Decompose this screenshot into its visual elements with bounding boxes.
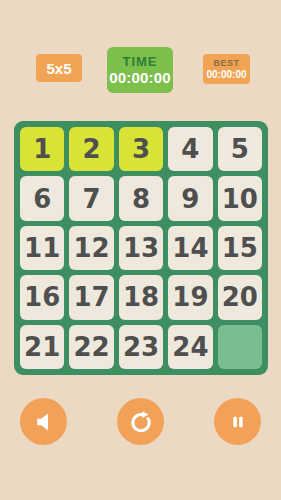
tile-16[interactable]: 16 xyxy=(20,275,64,319)
best-label: BEST xyxy=(213,58,239,69)
time-panel: TIME 00:00:00 xyxy=(107,47,173,93)
best-panel: BEST 00:00:00 xyxy=(203,54,250,84)
puzzle-app: 5x5 TIME 00:00:00 BEST 00:00:00 12345678… xyxy=(0,0,281,500)
tile-23[interactable]: 23 xyxy=(119,325,163,369)
tile-12[interactable]: 12 xyxy=(69,226,113,270)
tile-14[interactable]: 14 xyxy=(168,226,212,270)
tile-3[interactable]: 3 xyxy=(119,127,163,171)
tile-1[interactable]: 1 xyxy=(20,127,64,171)
tile-8[interactable]: 8 xyxy=(119,176,163,220)
tile-17[interactable]: 17 xyxy=(69,275,113,319)
sound-button[interactable] xyxy=(20,398,67,445)
tile-20[interactable]: 20 xyxy=(218,275,262,319)
tile-22[interactable]: 22 xyxy=(69,325,113,369)
tile-21[interactable]: 21 xyxy=(20,325,64,369)
tile-24[interactable]: 24 xyxy=(168,325,212,369)
tile-15[interactable]: 15 xyxy=(218,226,262,270)
speaker-icon xyxy=(32,410,56,434)
empty-cell xyxy=(218,325,262,369)
time-label: TIME xyxy=(122,54,157,69)
pause-icon xyxy=(226,410,250,434)
tile-13[interactable]: 13 xyxy=(119,226,163,270)
grid-size-button[interactable]: 5x5 xyxy=(36,54,82,82)
tile-11[interactable]: 11 xyxy=(20,226,64,270)
refresh-icon xyxy=(127,408,155,436)
tile-10[interactable]: 10 xyxy=(218,176,262,220)
tile-18[interactable]: 18 xyxy=(119,275,163,319)
tile-19[interactable]: 19 xyxy=(168,275,212,319)
tile-5[interactable]: 5 xyxy=(218,127,262,171)
tile-2[interactable]: 2 xyxy=(69,127,113,171)
time-value: 00:00:00 xyxy=(109,69,171,87)
tile-4[interactable]: 4 xyxy=(168,127,212,171)
restart-button[interactable] xyxy=(117,398,164,445)
tile-7[interactable]: 7 xyxy=(69,176,113,220)
pause-button[interactable] xyxy=(214,398,261,445)
puzzle-board: 123456789101112131415161718192021222324 xyxy=(14,121,268,375)
best-value: 00:00:00 xyxy=(206,69,246,81)
tile-6[interactable]: 6 xyxy=(20,176,64,220)
tile-9[interactable]: 9 xyxy=(168,176,212,220)
